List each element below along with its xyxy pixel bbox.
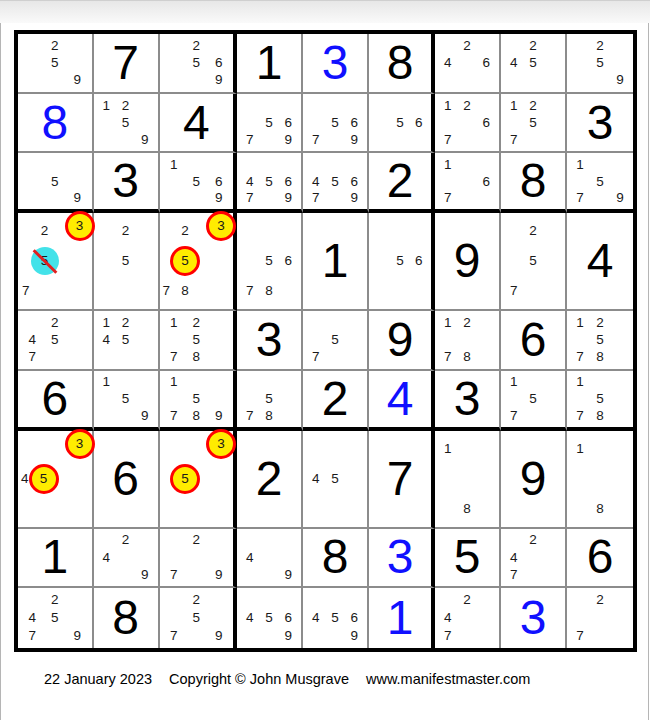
cell-r2c2[interactable]: 1259 [94,94,160,154]
candidate-slot-1 [240,374,259,391]
cell-r3c4[interactable]: 45679 [237,153,303,213]
candidate-slot-7 [163,494,171,524]
cell-r5c7[interactable]: 1278 [435,311,501,371]
cell-r9c6[interactable]: 1 [369,588,435,648]
cell-r8c2[interactable]: 249 [94,529,160,589]
candidate-slot-8 [185,71,208,88]
candidate: 2 [122,316,130,330]
candidate-slot-3 [345,314,364,331]
candidate: 6 [483,175,491,189]
candidate-slot-6 [477,609,496,627]
candidate-slot-9 [208,349,231,366]
candidate: 5 [331,175,339,189]
cell-r1c5[interactable]: 3 [303,34,369,94]
candidate: 4 [312,175,320,189]
candidate: 7 [510,133,518,147]
candidate-slot-5 [590,609,610,627]
candidate-slot-2: 2 [31,216,59,246]
candidate-slot-6 [135,390,154,407]
cell-r4c2[interactable]: 25 [94,213,160,311]
cell-r5c4[interactable]: 3 [237,311,303,371]
cell-r7c4[interactable]: 2 [237,431,303,529]
candidate-slot-7 [372,131,391,148]
cell-r1c1[interactable]: 259 [18,34,94,94]
candidate-slot-8 [391,131,410,148]
given-digit: 1 [41,533,68,581]
candidate-slot-8 [29,494,59,524]
candidate-slot-5: 5 [170,246,200,276]
candidate-slot-4 [163,173,186,190]
candidate-slot-5: 5 [325,464,344,494]
candidate-slot-5 [116,549,135,566]
candidate: 7 [510,568,518,582]
candidate-slot-7: 7 [306,349,325,366]
candidate-slot-6 [135,331,154,348]
candidate-slot-7: 7 [504,131,523,148]
candidate-slot-4: 4 [306,173,325,190]
candidate-slot-7: 7 [570,407,590,424]
candidate-slot-3 [477,434,496,464]
candidate-slot-8 [325,349,344,366]
candidate-slot-5: 5 [185,173,208,190]
candidate-slot-3 [208,591,231,609]
cell-r4c5[interactable]: 1 [303,213,369,311]
candidate: 4 [444,611,452,625]
candidate-slot-5 [457,609,476,627]
cell-r7c2[interactable]: 6 [94,431,160,529]
cell-r6c2[interactable]: 159 [94,371,160,431]
candidate-slot-8 [325,494,344,524]
given-digit: 4 [183,99,210,147]
cell-r7c9[interactable]: 18 [567,431,633,529]
cell-r6c7[interactable]: 3 [435,371,501,431]
candidate: 2 [529,224,537,238]
candidate: 5 [192,392,200,406]
candidate-slot-7: 7 [21,276,31,306]
candidate: 5 [192,56,200,70]
candidate: 7 [576,409,584,423]
candidate-slot-2: 2 [116,216,135,246]
candidate-slot-6 [610,390,630,407]
candidate-slot-6: 6 [477,114,496,131]
candidate-slot-8 [590,71,610,88]
given-digit: 3 [112,157,139,205]
candidate: 9 [215,409,223,423]
candidate-slot-6 [135,114,154,131]
candidate-slot-5: 5 [29,464,59,494]
candidate: 9 [74,73,82,87]
given-digit: 2 [387,157,414,205]
cell-r5c6[interactable]: 9 [369,311,435,371]
candidate-slot-1: 1 [570,374,590,391]
candidate-slot-3: 3 [200,216,230,246]
cell-r3c9[interactable]: 1579 [567,153,633,213]
candidate-slot-1 [240,216,259,246]
candidate: 5 [265,116,273,130]
given-digit: 1 [256,39,283,87]
candidate-slot-8 [116,349,135,366]
candidate: 7 [28,629,36,643]
cell-r9c2[interactable]: 8 [94,588,160,648]
candidate-slot-4: 4 [306,609,325,627]
candidate-slot-7: 7 [504,407,523,424]
candidate-slot-3 [477,591,496,609]
candidate-slot-6 [543,54,562,71]
candidate-slot-5: 5 [259,114,278,131]
candidate: 5 [51,175,59,189]
candidate-slot-8 [391,276,410,306]
candidate-slot-8 [523,131,542,148]
candidate: 5 [122,333,130,347]
candidate: 9 [141,133,149,147]
candidate-slot-5 [457,331,476,348]
cell-r4c8[interactable]: 257 [501,213,567,311]
cell-r6c3[interactable]: 15789 [160,371,238,431]
candidate-slot-7 [97,276,116,306]
candidate-slot-8: 8 [170,276,200,306]
candidate-slot-5: 5 [116,114,135,131]
candidate-slot-8: 8 [185,407,208,424]
candidate: 2 [122,224,130,238]
candidate-slot-1 [163,434,171,464]
candidate: 1 [170,158,178,172]
candidate: 4 [312,472,320,486]
candidate-slot-1 [306,591,325,609]
cell-r8c1[interactable]: 1 [18,529,94,589]
candidate: 5 [529,116,537,130]
cell-r9c1[interactable]: 24579 [18,588,94,648]
candidate: 5 [596,175,604,189]
candidate-slot-6 [66,331,89,348]
cell-r6c6[interactable]: 4 [369,371,435,431]
candidate-slot-9: 9 [610,71,630,88]
footer-website: www.manifestmaster.com [366,671,530,687]
candidate: 2 [529,39,537,53]
candidate: 9 [616,73,624,87]
candidate: 6 [285,116,293,130]
candidate: 2 [463,316,471,330]
candidate-slot-9 [477,190,496,207]
cell-r7c6[interactable]: 7 [369,431,435,529]
candidate-slot-5 [523,549,542,566]
candidate-slot-9 [543,566,562,583]
cell-r2c1[interactable]: 8 [18,94,94,154]
candidate-slot-2 [325,434,344,464]
cell-r1c3[interactable]: 2569 [160,34,238,94]
window-left-border [0,0,1,720]
cell-r2c8[interactable]: 1257 [501,94,567,154]
candidate-slot-2 [116,374,135,391]
candidate-slot-4 [240,114,259,131]
cell-r2c5[interactable]: 5679 [303,94,369,154]
candidate: 6 [351,611,359,625]
candidate-slot-2 [590,374,610,391]
candidate: 5 [331,333,339,347]
candidate-slot-4 [163,549,186,566]
candidate-slot-7: 7 [438,131,457,148]
cell-r9c5[interactable]: 4569 [303,588,369,648]
cell-r7c7[interactable]: 18 [435,431,501,529]
candidate: 7 [312,191,320,205]
cell-r5c9[interactable]: 12578 [567,311,633,371]
candidate-slot-5 [185,549,208,566]
candidate-slot-4 [163,54,186,71]
candidate-slot-6 [610,609,630,627]
candidate-slot-2: 2 [457,37,476,54]
candidate-slot-3 [543,374,562,391]
candidate-slot-8 [185,190,208,207]
candidate-slot-6 [477,464,496,494]
cell-r8c6[interactable]: 3 [369,529,435,589]
candidate-slot-1: 1 [438,434,457,464]
cell-r1c4[interactable]: 1 [237,34,303,94]
candidate-slot-3 [477,37,496,54]
candidate-slot-4 [163,390,186,407]
candidate: 1 [102,99,110,113]
candidate-slot-4: 4 [240,549,259,566]
candidate-slot-3 [345,591,364,609]
candidate-slot-6 [543,390,562,407]
candidate-slot-1 [21,434,29,464]
candidate-slot-5: 5 [31,246,59,276]
candidate-slot-2: 2 [523,37,542,54]
cell-r4c4[interactable]: 5678 [237,213,303,311]
candidate-slot-7: 7 [240,407,259,424]
candidate-slot-2: 2 [116,532,135,549]
candidate: 5 [529,254,537,268]
candidate-slot-5: 5 [325,331,344,348]
cell-r7c3[interactable]: 35 [160,431,238,529]
cell-r3c2[interactable]: 3 [94,153,160,213]
candidate: 1 [102,316,110,330]
candidate-slot-4: 4 [21,609,44,627]
given-digit: 1 [322,237,349,285]
candidate-slot-4 [372,114,391,131]
candidate-slot-4 [163,609,186,627]
candidate-slot-5: 5 [44,173,67,190]
candidate-slot-4 [240,390,259,407]
candidate-slot-7 [240,627,259,645]
candidate: 4 [246,175,254,189]
candidate-slot-7 [306,627,325,645]
candidate-slot-6 [543,549,562,566]
candidate-slot-1: 1 [163,374,186,391]
cell-r3c3[interactable]: 1569 [160,153,238,213]
given-digit: 3 [454,375,481,423]
given-digit: 9 [387,316,414,364]
cell-r7c8[interactable]: 9 [501,431,567,529]
candidate-slot-1: 1 [570,434,590,464]
cell-r6c9[interactable]: 1578 [567,371,633,431]
cell-r6c4[interactable]: 578 [237,371,303,431]
candidate: 7 [246,284,254,298]
candidate-slot-6 [610,331,630,348]
candidate: 1 [510,375,518,389]
cell-r2c9[interactable]: 3 [567,94,633,154]
cell-r7c1[interactable]: 345 [18,431,94,529]
candidate-slot-2 [29,434,59,464]
candidate-slot-8: 8 [590,494,610,524]
candidate: 2 [463,39,471,53]
candidate-slot-7 [504,71,523,88]
candidate-slot-6: 6 [279,114,298,131]
cell-r9c9[interactable]: 27 [567,588,633,648]
candidate-slot-3 [610,434,630,464]
cell-r5c5[interactable]: 57 [303,311,369,371]
cell-r3c1[interactable]: 59 [18,153,94,213]
candidate-slot-5 [259,549,278,566]
cell-r8c8[interactable]: 247 [501,529,567,589]
candidate-slot-4 [21,246,31,276]
cell-r1c6[interactable]: 8 [369,34,435,94]
cell-r4c6[interactable]: 56 [369,213,435,311]
given-digit: 8 [112,594,139,642]
cell-r8c9[interactable]: 6 [567,529,633,589]
candidate-slot-2: 2 [185,532,208,549]
candidate-slot-3 [208,156,231,173]
candidate: 2 [51,39,59,53]
cell-r5c1[interactable]: 2457 [18,311,94,371]
candidate-slot-4 [504,390,523,407]
cell-r4c9[interactable]: 4 [567,213,633,311]
candidate-slot-7 [306,494,325,524]
candidate: 5 [192,175,200,189]
cell-r8c5[interactable]: 8 [303,529,369,589]
cell-r2c4[interactable]: 5679 [237,94,303,154]
cell-r2c7[interactable]: 1267 [435,94,501,154]
candidate-slot-6 [59,464,89,494]
candidate-slot-3 [477,97,496,114]
candidate-slot-3 [135,97,154,114]
candidate: 5 [529,56,537,70]
cell-r8c4[interactable]: 49 [237,529,303,589]
cell-r4c3[interactable]: 23578 [160,213,238,311]
candidate-slot-4 [438,173,457,190]
cell-r3c7[interactable]: 167 [435,153,501,213]
candidate-slot-3 [477,156,496,173]
cell-r3c6[interactable]: 2 [369,153,435,213]
candidate-slot-3 [610,591,630,609]
candidate-slot-4 [570,464,590,494]
candidate-slot-2 [325,591,344,609]
cell-r6c1[interactable]: 6 [18,371,94,431]
candidate: 5 [51,333,59,347]
candidate: 1 [576,375,584,389]
cell-r2c6[interactable]: 56 [369,94,435,154]
cell-r9c4[interactable]: 4569 [237,588,303,648]
candidate-slot-7: 7 [240,190,259,207]
candidate-slot-3 [409,97,428,114]
candidate-slot-7: 7 [21,349,44,366]
cell-r9c8[interactable]: 3 [501,588,567,648]
candidate-slot-1 [570,37,590,54]
candidate-slot-5 [457,54,476,71]
candidate-slot-8 [116,566,135,583]
candidate-slot-3 [208,314,231,331]
candidate-slot-8 [259,627,278,645]
given-digit: 6 [41,375,68,423]
candidate-slot-8 [457,131,476,148]
candidate: 9 [215,568,223,582]
cell-r9c7[interactable]: 247 [435,588,501,648]
candidate-slot-3 [477,314,496,331]
candidate: 6 [285,611,293,625]
candidate-slot-6 [135,549,154,566]
candidate-slot-9: 9 [345,131,364,148]
candidate-slot-6 [610,173,630,190]
candidate-slot-2: 2 [170,216,200,246]
candidate-slot-9 [279,407,298,424]
candidate-slot-7 [570,494,590,524]
given-digit: 3 [587,99,614,147]
cell-r3c5[interactable]: 45679 [303,153,369,213]
cell-r3c8[interactable]: 8 [501,153,567,213]
candidate: 7 [510,284,518,298]
cell-r9c3[interactable]: 2579 [160,588,238,648]
candidate-slot-7: 7 [163,566,186,583]
candidate-slot-2 [259,374,278,391]
cell-r5c3[interactable]: 12578 [160,311,238,371]
cell-r1c8[interactable]: 245 [501,34,567,94]
candidate-slot-1: 1 [570,314,590,331]
cell-r8c3[interactable]: 279 [160,529,238,589]
cell-r6c8[interactable]: 157 [501,371,567,431]
candidate-slot-9 [345,494,364,524]
cell-r5c2[interactable]: 1245 [94,311,160,371]
candidate-slot-3 [279,156,298,173]
candidate-slot-2: 2 [523,216,542,246]
candidate: 5 [396,116,404,130]
candidate-slot-4 [21,173,44,190]
candidate-slot-5: 5 [523,54,542,71]
candidate-slot-2 [259,532,278,549]
cell-r7c5[interactable]: 45 [303,431,369,529]
cell-r4c7[interactable]: 9 [435,213,501,311]
cell-r2c3[interactable]: 4 [160,94,238,154]
candidate-slot-5: 5 [44,609,67,627]
candidate-slot-1 [163,216,171,246]
candidate-slot-3 [66,591,89,609]
candidate-slot-7: 7 [163,276,171,306]
cell-r1c2[interactable]: 7 [94,34,160,94]
candidate-slot-8 [116,131,135,148]
candidate-slot-3 [345,156,364,173]
candidate: 2 [192,316,200,330]
candidate: 8 [463,350,471,364]
candidate-slot-9 [477,131,496,148]
candidate: 9 [285,133,293,147]
candidate: 8 [192,350,200,364]
candidate-slot-6 [345,464,364,494]
candidate-slot-2 [590,434,610,464]
candidate: 2 [192,533,200,547]
candidate-slot-3 [66,37,89,54]
cell-r8c7[interactable]: 5 [435,529,501,589]
candidate-slot-2: 2 [116,97,135,114]
cell-r4c1[interactable]: 2357 [18,213,94,311]
candidate: 2 [463,593,471,607]
cell-r1c9[interactable]: 259 [567,34,633,94]
cell-r1c7[interactable]: 246 [435,34,501,94]
candidate-slot-9: 9 [208,566,231,583]
candidate-slot-2: 2 [457,314,476,331]
solved-digit: 3 [322,39,349,87]
cell-r5c8[interactable]: 6 [501,311,567,371]
cell-r6c5[interactable]: 2 [303,371,369,431]
candidate: 7 [576,350,584,364]
candidate-slot-6 [208,609,231,627]
candidate-slot-3: 3 [59,216,89,246]
